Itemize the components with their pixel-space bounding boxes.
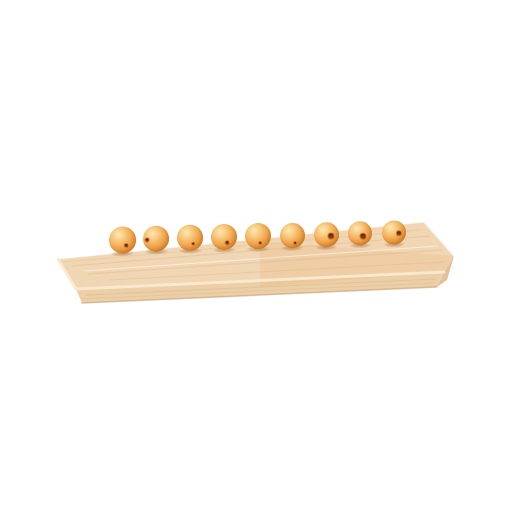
bead-cell-1	[105, 223, 140, 256]
bead-hole	[294, 242, 296, 244]
golden-bead-6[interactable]	[279, 222, 305, 248]
wooden-board	[0, 0, 520, 520]
bead-cell-8	[343, 217, 378, 250]
golden-bead-5[interactable]	[245, 223, 272, 250]
golden-bead-4[interactable]	[211, 224, 238, 251]
bead-hole	[226, 242, 229, 245]
bead-cell-2	[139, 222, 174, 255]
bead-hole	[397, 232, 401, 236]
golden-bead-1[interactable]	[108, 226, 136, 254]
bead-hole	[124, 244, 127, 247]
golden-bead-2[interactable]	[143, 225, 170, 252]
bead-cell-3	[173, 221, 208, 254]
bead-hole	[361, 234, 366, 239]
bead-hole	[328, 234, 333, 239]
golden-bead-7[interactable]	[313, 221, 339, 247]
golden-bead-9[interactable]	[382, 220, 407, 245]
product-photo-scene	[0, 0, 520, 520]
golden-bead-8[interactable]	[348, 221, 373, 246]
bead-hole	[259, 242, 261, 244]
bead-hole	[146, 239, 149, 242]
bead-cell-6	[275, 219, 310, 252]
golden-bead-3[interactable]	[177, 224, 204, 251]
bead-cell-7	[309, 218, 344, 251]
bead-cell-5	[241, 220, 276, 253]
bead-cell-4	[207, 220, 242, 253]
bead-cell-9	[377, 216, 412, 249]
bead-hole	[192, 242, 194, 244]
